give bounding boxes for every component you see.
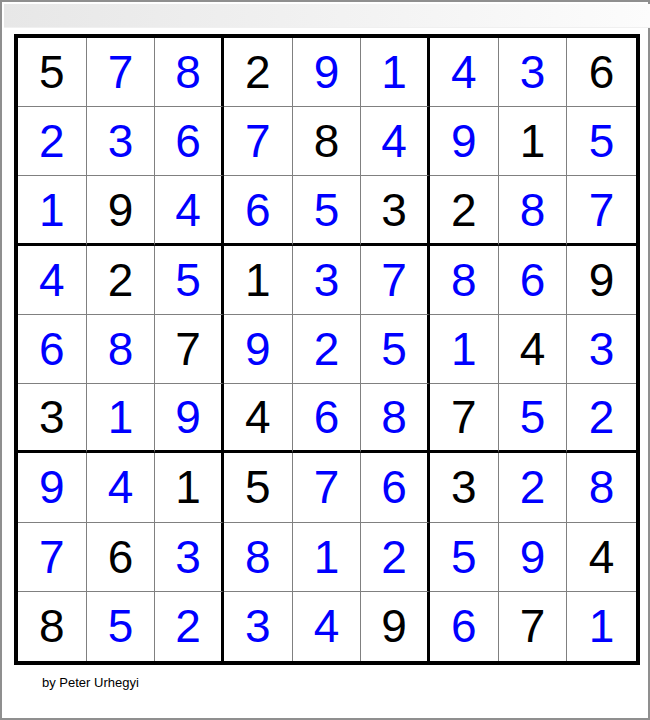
- cell-r6c2[interactable]: 1: [87, 384, 156, 453]
- cell-r1c2[interactable]: 7: [87, 38, 156, 107]
- cell-r4c1[interactable]: 4: [18, 246, 87, 315]
- cell-r7c2[interactable]: 4: [87, 453, 156, 522]
- cell-r1c3[interactable]: 8: [155, 38, 224, 107]
- cell-r4c6[interactable]: 7: [361, 246, 430, 315]
- cell-r2c3[interactable]: 6: [155, 107, 224, 176]
- cell-r5c9[interactable]: 3: [567, 315, 636, 384]
- cell-r2c9[interactable]: 5: [567, 107, 636, 176]
- cell-r3c4[interactable]: 6: [224, 176, 293, 245]
- cell-r4c9[interactable]: 9: [567, 246, 636, 315]
- cell-r6c7[interactable]: 7: [430, 384, 499, 453]
- cell-r9c2[interactable]: 5: [87, 592, 156, 661]
- cell-r6c9[interactable]: 2: [567, 384, 636, 453]
- cell-r7c4[interactable]: 5: [224, 453, 293, 522]
- sudoku-grid: 5782914362367849151946532874251378696879…: [18, 38, 636, 661]
- cell-r5c4[interactable]: 9: [224, 315, 293, 384]
- title-gradient-bar: [4, 4, 650, 28]
- cell-r6c6[interactable]: 8: [361, 384, 430, 453]
- cell-r5c3[interactable]: 7: [155, 315, 224, 384]
- cell-r2c8[interactable]: 1: [499, 107, 568, 176]
- cell-r8c5[interactable]: 1: [293, 523, 362, 592]
- cell-r4c8[interactable]: 6: [499, 246, 568, 315]
- cell-r8c6[interactable]: 2: [361, 523, 430, 592]
- cell-r1c1[interactable]: 5: [18, 38, 87, 107]
- cell-r5c1[interactable]: 6: [18, 315, 87, 384]
- cell-r9c6[interactable]: 9: [361, 592, 430, 661]
- cell-r5c7[interactable]: 1: [430, 315, 499, 384]
- cell-r9c1[interactable]: 8: [18, 592, 87, 661]
- cell-r4c4[interactable]: 1: [224, 246, 293, 315]
- cell-r5c2[interactable]: 8: [87, 315, 156, 384]
- cell-r9c4[interactable]: 3: [224, 592, 293, 661]
- cell-r5c6[interactable]: 5: [361, 315, 430, 384]
- cell-r3c1[interactable]: 1: [18, 176, 87, 245]
- cell-r3c2[interactable]: 9: [87, 176, 156, 245]
- cell-r7c5[interactable]: 7: [293, 453, 362, 522]
- cell-r3c9[interactable]: 7: [567, 176, 636, 245]
- cell-r3c3[interactable]: 4: [155, 176, 224, 245]
- cell-r4c3[interactable]: 5: [155, 246, 224, 315]
- cell-r7c3[interactable]: 1: [155, 453, 224, 522]
- cell-r1c6[interactable]: 1: [361, 38, 430, 107]
- cell-r8c4[interactable]: 8: [224, 523, 293, 592]
- cell-r8c3[interactable]: 3: [155, 523, 224, 592]
- cell-r2c1[interactable]: 2: [18, 107, 87, 176]
- cell-r3c5[interactable]: 5: [293, 176, 362, 245]
- author-credit: by Peter Urhegyi: [42, 675, 139, 690]
- cell-r7c9[interactable]: 8: [567, 453, 636, 522]
- page-frame: 5782914362367849151946532874251378696879…: [0, 0, 650, 720]
- cell-r6c3[interactable]: 9: [155, 384, 224, 453]
- cell-r3c8[interactable]: 8: [499, 176, 568, 245]
- cell-r4c7[interactable]: 8: [430, 246, 499, 315]
- cell-r5c5[interactable]: 2: [293, 315, 362, 384]
- cell-r4c2[interactable]: 2: [87, 246, 156, 315]
- cell-r6c4[interactable]: 4: [224, 384, 293, 453]
- cell-r8c2[interactable]: 6: [87, 523, 156, 592]
- cell-r9c5[interactable]: 4: [293, 592, 362, 661]
- cell-r2c5[interactable]: 8: [293, 107, 362, 176]
- cell-r2c7[interactable]: 9: [430, 107, 499, 176]
- cell-r6c1[interactable]: 3: [18, 384, 87, 453]
- cell-r8c9[interactable]: 4: [567, 523, 636, 592]
- cell-r3c7[interactable]: 2: [430, 176, 499, 245]
- cell-r9c7[interactable]: 6: [430, 592, 499, 661]
- cell-r2c2[interactable]: 3: [87, 107, 156, 176]
- cell-r1c8[interactable]: 3: [499, 38, 568, 107]
- cell-r6c5[interactable]: 6: [293, 384, 362, 453]
- cell-r9c3[interactable]: 2: [155, 592, 224, 661]
- cell-r1c9[interactable]: 6: [567, 38, 636, 107]
- cell-r6c8[interactable]: 5: [499, 384, 568, 453]
- cell-r1c4[interactable]: 2: [224, 38, 293, 107]
- cell-r4c5[interactable]: 3: [293, 246, 362, 315]
- cell-r7c1[interactable]: 9: [18, 453, 87, 522]
- cell-r5c8[interactable]: 4: [499, 315, 568, 384]
- cell-r3c6[interactable]: 3: [361, 176, 430, 245]
- cell-r2c6[interactable]: 4: [361, 107, 430, 176]
- cell-r8c7[interactable]: 5: [430, 523, 499, 592]
- cell-r1c7[interactable]: 4: [430, 38, 499, 107]
- cell-r7c7[interactable]: 3: [430, 453, 499, 522]
- cell-r9c8[interactable]: 7: [499, 592, 568, 661]
- cell-r7c8[interactable]: 2: [499, 453, 568, 522]
- sudoku-board: 5782914362367849151946532874251378696879…: [14, 34, 640, 665]
- cell-r9c9[interactable]: 1: [567, 592, 636, 661]
- cell-r8c8[interactable]: 9: [499, 523, 568, 592]
- cell-r1c5[interactable]: 9: [293, 38, 362, 107]
- cell-r8c1[interactable]: 7: [18, 523, 87, 592]
- cell-r7c6[interactable]: 6: [361, 453, 430, 522]
- cell-r2c4[interactable]: 7: [224, 107, 293, 176]
